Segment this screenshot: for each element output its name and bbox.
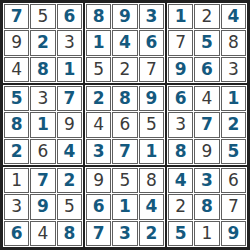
cell-r4c7[interactable]: 6: [168, 86, 193, 111]
cell-r3c7[interactable]: 9: [168, 57, 193, 82]
cell-r7c1[interactable]: 1: [4, 168, 29, 193]
cell-r1c6[interactable]: 3: [139, 4, 164, 29]
cell-r8c7[interactable]: 2: [168, 194, 193, 219]
cell-r2c5[interactable]: 4: [112, 30, 137, 55]
cell-r5c1[interactable]: 8: [4, 112, 29, 137]
cell-r6c8[interactable]: 9: [194, 139, 219, 164]
cell-r5c6[interactable]: 5: [139, 112, 164, 137]
cell-r3c5[interactable]: 2: [112, 57, 137, 82]
cell-r8c4[interactable]: 6: [86, 194, 111, 219]
cell-r9c4[interactable]: 7: [86, 221, 111, 246]
cell-r8c5[interactable]: 1: [112, 194, 137, 219]
cell-r7c8[interactable]: 3: [194, 168, 219, 193]
cell-r4c2[interactable]: 3: [30, 86, 55, 111]
cell-r6c7[interactable]: 8: [168, 139, 193, 164]
sudoku-box-2: 893146527: [85, 3, 165, 83]
cell-r2c4[interactable]: 1: [86, 30, 111, 55]
sudoku-box-6: 641372895: [167, 85, 247, 165]
cell-r2c1[interactable]: 9: [4, 30, 29, 55]
cell-r4c3[interactable]: 7: [57, 86, 82, 111]
cell-r6c1[interactable]: 2: [4, 139, 29, 164]
cell-r1c2[interactable]: 5: [30, 4, 55, 29]
cell-r2c2[interactable]: 2: [30, 30, 55, 55]
cell-r9c3[interactable]: 8: [57, 221, 82, 246]
cell-r8c2[interactable]: 9: [30, 194, 55, 219]
cell-r5c7[interactable]: 3: [168, 112, 193, 137]
sudoku-box-8: 958614732: [85, 167, 165, 247]
sudoku-box-3: 124758963: [167, 3, 247, 83]
cell-r9c6[interactable]: 2: [139, 221, 164, 246]
cell-r1c8[interactable]: 2: [194, 4, 219, 29]
cell-r7c6[interactable]: 8: [139, 168, 164, 193]
cell-r2c8[interactable]: 5: [194, 30, 219, 55]
sudoku-box-1: 756923481: [3, 3, 83, 83]
cell-r9c2[interactable]: 4: [30, 221, 55, 246]
cell-r4c5[interactable]: 8: [112, 86, 137, 111]
cell-r7c9[interactable]: 6: [221, 168, 246, 193]
cell-r1c9[interactable]: 4: [221, 4, 246, 29]
cell-r2c3[interactable]: 3: [57, 30, 82, 55]
cell-r3c8[interactable]: 6: [194, 57, 219, 82]
cell-r3c1[interactable]: 4: [4, 57, 29, 82]
sudoku-box-4: 537819264: [3, 85, 83, 165]
cell-r9c8[interactable]: 1: [194, 221, 219, 246]
cell-r2c7[interactable]: 7: [168, 30, 193, 55]
cell-r6c5[interactable]: 7: [112, 139, 137, 164]
sudoku-box-7: 172395648: [3, 167, 83, 247]
cell-r2c9[interactable]: 8: [221, 30, 246, 55]
cell-r7c3[interactable]: 2: [57, 168, 82, 193]
cell-r6c4[interactable]: 3: [86, 139, 111, 164]
cell-r8c1[interactable]: 3: [4, 194, 29, 219]
cell-r4c6[interactable]: 9: [139, 86, 164, 111]
cell-r1c3[interactable]: 6: [57, 4, 82, 29]
cell-r7c2[interactable]: 7: [30, 168, 55, 193]
cell-r8c3[interactable]: 5: [57, 194, 82, 219]
cell-r9c5[interactable]: 3: [112, 221, 137, 246]
cell-r7c4[interactable]: 9: [86, 168, 111, 193]
cell-r5c5[interactable]: 6: [112, 112, 137, 137]
cell-r5c3[interactable]: 9: [57, 112, 82, 137]
cell-r9c9[interactable]: 9: [221, 221, 246, 246]
cell-r5c9[interactable]: 2: [221, 112, 246, 137]
cell-r3c9[interactable]: 3: [221, 57, 246, 82]
cell-r6c6[interactable]: 1: [139, 139, 164, 164]
cell-r8c8[interactable]: 8: [194, 194, 219, 219]
cell-r3c3[interactable]: 1: [57, 57, 82, 82]
cell-r5c8[interactable]: 7: [194, 112, 219, 137]
cell-r4c1[interactable]: 5: [4, 86, 29, 111]
cell-r7c7[interactable]: 4: [168, 168, 193, 193]
cell-r1c4[interactable]: 8: [86, 4, 111, 29]
cell-r1c5[interactable]: 9: [112, 4, 137, 29]
cell-r6c3[interactable]: 4: [57, 139, 82, 164]
sudoku-board: 7569234818931465271247589635378192642894…: [0, 0, 250, 250]
cell-r6c9[interactable]: 5: [221, 139, 246, 164]
cell-r6c2[interactable]: 6: [30, 139, 55, 164]
cell-r5c2[interactable]: 1: [30, 112, 55, 137]
sudoku-box-5: 289465371: [85, 85, 165, 165]
cell-r4c9[interactable]: 1: [221, 86, 246, 111]
cell-r8c6[interactable]: 4: [139, 194, 164, 219]
cell-r3c2[interactable]: 8: [30, 57, 55, 82]
cell-r3c6[interactable]: 7: [139, 57, 164, 82]
cell-r7c5[interactable]: 5: [112, 168, 137, 193]
cell-r9c7[interactable]: 5: [168, 221, 193, 246]
cell-r9c1[interactable]: 6: [4, 221, 29, 246]
cell-r4c4[interactable]: 2: [86, 86, 111, 111]
cell-r1c7[interactable]: 1: [168, 4, 193, 29]
cell-r5c4[interactable]: 4: [86, 112, 111, 137]
cell-r1c1[interactable]: 7: [4, 4, 29, 29]
cell-r3c4[interactable]: 5: [86, 57, 111, 82]
cell-r2c6[interactable]: 6: [139, 30, 164, 55]
cell-r4c8[interactable]: 4: [194, 86, 219, 111]
cell-r8c9[interactable]: 7: [221, 194, 246, 219]
sudoku-box-9: 436287519: [167, 167, 247, 247]
